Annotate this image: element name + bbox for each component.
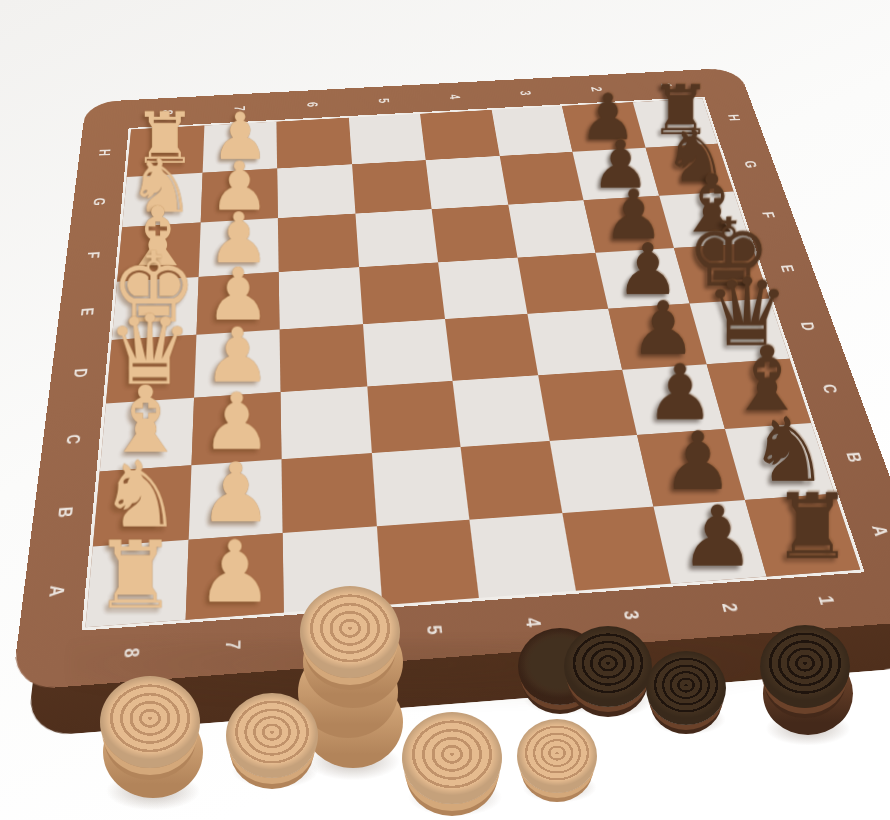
checkers-pieces-layer xyxy=(0,0,890,820)
light-checker xyxy=(226,693,318,786)
scene: 87654321 87654321 HGFEDCBA HGFEDCBA ♜♟♟♜… xyxy=(0,0,890,820)
light-checker-face xyxy=(100,676,200,768)
light-checker xyxy=(517,719,597,801)
dark-checker-stack xyxy=(760,625,850,743)
light-checker-face xyxy=(402,712,502,804)
dark-checker xyxy=(646,651,726,733)
light-checker-stack xyxy=(100,676,200,806)
dark-checker-face xyxy=(760,625,850,708)
light-checker xyxy=(402,712,502,812)
dark-checker-face xyxy=(564,626,652,707)
light-checker-face xyxy=(517,719,597,793)
light-checker-face xyxy=(226,693,318,778)
light-checker-face xyxy=(300,586,400,678)
dark-checker-face xyxy=(646,651,726,725)
dark-checker xyxy=(564,626,652,715)
